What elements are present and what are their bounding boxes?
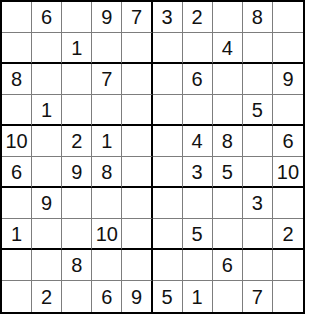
cell-r4c4[interactable]	[92, 95, 122, 126]
cell-r4c6[interactable]	[153, 95, 183, 126]
cell-r3c4[interactable]: 7	[92, 64, 122, 95]
cell-r6c8[interactable]: 5	[213, 157, 243, 188]
cell-r2c5[interactable]	[122, 33, 152, 64]
cell-r9c8[interactable]: 6	[213, 250, 243, 281]
cell-r10c2[interactable]: 2	[32, 281, 62, 312]
cell-r5c6[interactable]	[153, 126, 183, 157]
cell-r4c8[interactable]	[213, 95, 243, 126]
cell-r1c10[interactable]	[273, 2, 303, 33]
cell-r7c8[interactable]	[213, 188, 243, 219]
cell-r1c4[interactable]: 9	[92, 2, 122, 33]
cell-r5c1[interactable]: 10	[2, 126, 32, 157]
cell-r7c3[interactable]	[62, 188, 92, 219]
cell-r1c8[interactable]	[213, 2, 243, 33]
cell-r1c9[interactable]: 8	[243, 2, 273, 33]
cell-r9c9[interactable]	[243, 250, 273, 281]
cell-r8c6[interactable]	[153, 219, 183, 250]
cell-r4c3[interactable]	[62, 95, 92, 126]
cell-r6c4[interactable]: 8	[92, 157, 122, 188]
cell-r3c1[interactable]: 8	[2, 64, 32, 95]
cell-r7c4[interactable]	[92, 188, 122, 219]
cell-r5c3[interactable]: 2	[62, 126, 92, 157]
cell-r5c7[interactable]: 4	[183, 126, 213, 157]
cell-r5c8[interactable]: 8	[213, 126, 243, 157]
cell-r2c9[interactable]	[243, 33, 273, 64]
cell-r7c10[interactable]	[273, 188, 303, 219]
cell-r9c4[interactable]	[92, 250, 122, 281]
cell-r1c3[interactable]	[62, 2, 92, 33]
cell-r8c3[interactable]	[62, 219, 92, 250]
cell-r2c10[interactable]	[273, 33, 303, 64]
cell-r9c3[interactable]: 8	[62, 250, 92, 281]
cell-r3c6[interactable]	[153, 64, 183, 95]
cell-r10c10[interactable]	[273, 281, 303, 312]
cell-r4c7[interactable]	[183, 95, 213, 126]
cell-r1c1[interactable]	[2, 2, 32, 33]
cell-r5c2[interactable]	[32, 126, 62, 157]
cell-r8c1[interactable]: 1	[2, 219, 32, 250]
cell-r10c6[interactable]: 5	[153, 281, 183, 312]
cell-r8c10[interactable]: 2	[273, 219, 303, 250]
cell-r4c9[interactable]: 5	[243, 95, 273, 126]
cell-r10c5[interactable]: 9	[122, 281, 152, 312]
cell-r7c2[interactable]: 9	[32, 188, 62, 219]
cell-r2c1[interactable]	[2, 33, 32, 64]
cell-r3c8[interactable]	[213, 64, 243, 95]
cell-r3c3[interactable]	[62, 64, 92, 95]
cell-r1c6[interactable]: 3	[153, 2, 183, 33]
cell-r9c1[interactable]	[2, 250, 32, 281]
cell-r7c5[interactable]	[122, 188, 152, 219]
cell-r8c9[interactable]	[243, 219, 273, 250]
cell-r6c6[interactable]	[153, 157, 183, 188]
cell-r6c9[interactable]	[243, 157, 273, 188]
cell-r10c8[interactable]	[213, 281, 243, 312]
cell-r10c4[interactable]: 6	[92, 281, 122, 312]
cell-r8c5[interactable]	[122, 219, 152, 250]
cell-r5c4[interactable]: 1	[92, 126, 122, 157]
cell-r9c7[interactable]	[183, 250, 213, 281]
cell-r3c7[interactable]: 6	[183, 64, 213, 95]
cell-r7c1[interactable]	[2, 188, 32, 219]
cell-r1c2[interactable]: 6	[32, 2, 62, 33]
cell-r10c9[interactable]: 7	[243, 281, 273, 312]
cell-r10c1[interactable]	[2, 281, 32, 312]
cell-r7c9[interactable]: 3	[243, 188, 273, 219]
cell-r7c6[interactable]	[153, 188, 183, 219]
cell-r4c2[interactable]: 1	[32, 95, 62, 126]
cell-r1c7[interactable]: 2	[183, 2, 213, 33]
cell-r6c2[interactable]	[32, 157, 62, 188]
cell-r4c5[interactable]	[122, 95, 152, 126]
cell-r4c1[interactable]	[2, 95, 32, 126]
cell-r8c2[interactable]	[32, 219, 62, 250]
cell-r1c5[interactable]: 7	[122, 2, 152, 33]
cell-r3c2[interactable]	[32, 64, 62, 95]
cell-r2c3[interactable]: 1	[62, 33, 92, 64]
cell-r6c7[interactable]: 3	[183, 157, 213, 188]
cell-r5c5[interactable]	[122, 126, 152, 157]
cell-r10c3[interactable]	[62, 281, 92, 312]
cell-r6c10[interactable]: 10	[273, 157, 303, 188]
cell-r3c10[interactable]: 9	[273, 64, 303, 95]
sudoku-board: 6973281487691510214866983510931105286269…	[0, 0, 305, 314]
cell-r2c6[interactable]	[153, 33, 183, 64]
cell-r8c8[interactable]	[213, 219, 243, 250]
cell-r4c10[interactable]	[273, 95, 303, 126]
cell-r8c7[interactable]: 5	[183, 219, 213, 250]
cell-r6c5[interactable]	[122, 157, 152, 188]
cell-r5c9[interactable]	[243, 126, 273, 157]
cell-r9c10[interactable]	[273, 250, 303, 281]
cell-r2c2[interactable]	[32, 33, 62, 64]
cell-r9c6[interactable]	[153, 250, 183, 281]
cell-r2c7[interactable]	[183, 33, 213, 64]
cell-r2c4[interactable]	[92, 33, 122, 64]
cell-r10c7[interactable]: 1	[183, 281, 213, 312]
cell-r5c10[interactable]: 6	[273, 126, 303, 157]
cell-r9c5[interactable]	[122, 250, 152, 281]
cell-r7c7[interactable]	[183, 188, 213, 219]
cell-r3c5[interactable]	[122, 64, 152, 95]
cell-r3c9[interactable]	[243, 64, 273, 95]
cell-r2c8[interactable]: 4	[213, 33, 243, 64]
cell-r6c3[interactable]: 9	[62, 157, 92, 188]
cell-r8c4[interactable]: 10	[92, 219, 122, 250]
cell-r9c2[interactable]	[32, 250, 62, 281]
cell-r6c1[interactable]: 6	[2, 157, 32, 188]
